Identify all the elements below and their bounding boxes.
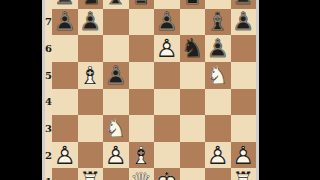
square-f2[interactable] xyxy=(180,142,206,169)
square-f8[interactable]: ♚♔ xyxy=(180,0,206,9)
square-b1[interactable]: ♜♖ xyxy=(78,168,104,180)
square-g5[interactable]: ♞♘ xyxy=(205,62,231,89)
board-border-right xyxy=(256,0,259,180)
square-d1[interactable]: ♛♕ xyxy=(129,168,155,180)
white-pawn[interactable]: ♟♙ xyxy=(154,35,180,62)
square-f5[interactable] xyxy=(180,62,206,89)
square-f4[interactable] xyxy=(180,89,206,116)
white-rook[interactable]: ♜♖ xyxy=(78,168,104,180)
square-g4[interactable] xyxy=(205,89,231,116)
piece-glyph-detail: ♙ xyxy=(232,143,254,168)
square-h6[interactable] xyxy=(231,35,257,62)
piece-glyph-detail: ♙ xyxy=(207,143,229,168)
square-a6[interactable] xyxy=(52,35,78,62)
black-pawn[interactable]: ♟♙ xyxy=(154,9,180,36)
white-pawn[interactable]: ♟♙ xyxy=(205,142,231,169)
rank-label-8: 8 xyxy=(45,0,52,9)
square-c1[interactable] xyxy=(103,168,129,180)
square-e3[interactable] xyxy=(154,115,180,142)
square-g6[interactable]: ♟♙ xyxy=(205,35,231,62)
square-d8[interactable]: ♛♕ xyxy=(129,0,155,9)
black-pawn[interactable]: ♟♙ xyxy=(52,9,78,36)
square-c7[interactable] xyxy=(103,9,129,36)
black-pawn[interactable]: ♟♙ xyxy=(205,35,231,62)
square-d3[interactable] xyxy=(129,115,155,142)
piece-glyph-detail: ♗ xyxy=(130,143,152,168)
square-g7[interactable]: ♝♗ xyxy=(205,9,231,36)
rank-label-5: 5 xyxy=(45,62,52,89)
square-f3[interactable] xyxy=(180,115,206,142)
square-h4[interactable] xyxy=(231,89,257,116)
square-h3[interactable] xyxy=(231,115,257,142)
square-e7[interactable]: ♟♙ xyxy=(154,9,180,36)
piece-glyph-detail: ♗ xyxy=(105,0,127,8)
square-e2[interactable] xyxy=(154,142,180,169)
square-c4[interactable] xyxy=(103,89,129,116)
square-e5[interactable] xyxy=(154,62,180,89)
white-pawn[interactable]: ♟♙ xyxy=(52,142,78,169)
square-h5[interactable] xyxy=(231,62,257,89)
piece-glyph-detail: ♘ xyxy=(207,63,229,88)
piece-glyph-detail: ♘ xyxy=(105,116,127,141)
piece-glyph-detail: ♙ xyxy=(54,9,76,34)
square-g1[interactable] xyxy=(205,168,231,180)
piece-glyph-detail: ♘ xyxy=(181,36,203,61)
rank-labels: 87654321 xyxy=(45,0,52,180)
white-queen[interactable]: ♛♕ xyxy=(129,168,155,180)
rank-label-4: 4 xyxy=(45,89,52,116)
square-g3[interactable] xyxy=(205,115,231,142)
white-knight[interactable]: ♞♘ xyxy=(103,115,129,142)
square-h7[interactable]: ♟♙ xyxy=(231,9,257,36)
piece-glyph-detail: ♕ xyxy=(130,169,152,180)
square-f7[interactable] xyxy=(180,9,206,36)
black-king[interactable]: ♚♔ xyxy=(180,0,206,9)
square-d2[interactable]: ♝♗ xyxy=(129,142,155,169)
piece-glyph-detail: ♙ xyxy=(79,9,101,34)
square-a7[interactable]: ♟♙ xyxy=(52,9,78,36)
piece-glyph-detail: ♙ xyxy=(156,9,178,34)
square-h2[interactable]: ♟♙ xyxy=(231,142,257,169)
square-b7[interactable]: ♟♙ xyxy=(78,9,104,36)
square-c8[interactable]: ♝♗ xyxy=(103,0,129,9)
square-c2[interactable]: ♟♙ xyxy=(103,142,129,169)
piece-glyph-detail: ♔ xyxy=(181,0,203,8)
piece-glyph-detail: ♙ xyxy=(156,36,178,61)
rank-label-6: 6 xyxy=(45,35,52,62)
piece-glyph-detail: ♗ xyxy=(79,63,101,88)
white-bishop[interactable]: ♝♗ xyxy=(129,142,155,169)
rank-label-2: 2 xyxy=(45,142,52,169)
black-bishop[interactable]: ♝♗ xyxy=(103,0,129,9)
square-c5[interactable]: ♟♙ xyxy=(103,62,129,89)
piece-glyph-detail: ♕ xyxy=(130,0,152,8)
rank-label-7: 7 xyxy=(45,9,52,36)
square-d5[interactable] xyxy=(129,62,155,89)
black-bishop[interactable]: ♝♗ xyxy=(205,9,231,36)
white-pawn[interactable]: ♟♙ xyxy=(103,142,129,169)
piece-glyph-detail: ♖ xyxy=(232,169,254,180)
video-frame: 87654321 ♜♖♞♘♝♗♛♕♚♔♜♖♟♙♟♙♟♙♝♗♟♙♟♙♞♘♟♙♝♗♟… xyxy=(0,0,320,180)
black-queen[interactable]: ♛♕ xyxy=(129,0,155,9)
square-b2[interactable] xyxy=(78,142,104,169)
square-d4[interactable] xyxy=(129,89,155,116)
white-king[interactable]: ♚♔ xyxy=(154,168,180,180)
piece-glyph-detail: ♙ xyxy=(54,143,76,168)
white-knight[interactable]: ♞♘ xyxy=(205,62,231,89)
square-a4[interactable] xyxy=(52,89,78,116)
white-bishop[interactable]: ♝♗ xyxy=(78,62,104,89)
rank-label-3: 3 xyxy=(45,115,52,142)
black-pawn[interactable]: ♟♙ xyxy=(78,9,104,36)
black-pawn[interactable]: ♟♙ xyxy=(103,62,129,89)
square-e1[interactable]: ♚♔ xyxy=(154,168,180,180)
piece-glyph-detail: ♔ xyxy=(156,169,178,180)
square-b4[interactable] xyxy=(78,89,104,116)
white-pawn[interactable]: ♟♙ xyxy=(231,142,257,169)
black-pawn[interactable]: ♟♙ xyxy=(231,9,257,36)
chess-board[interactable]: ♜♖♞♘♝♗♛♕♚♔♜♖♟♙♟♙♟♙♝♗♟♙♟♙♞♘♟♙♝♗♟♙♞♘♞♘♟♙♟♙… xyxy=(52,0,256,180)
square-c6[interactable] xyxy=(103,35,129,62)
piece-glyph-detail: ♙ xyxy=(207,36,229,61)
piece-glyph-detail: ♙ xyxy=(105,63,127,88)
piece-glyph-detail: ♗ xyxy=(207,9,229,34)
black-knight[interactable]: ♞♘ xyxy=(180,35,206,62)
square-b6[interactable] xyxy=(78,35,104,62)
square-d7[interactable] xyxy=(129,9,155,36)
square-a5[interactable] xyxy=(52,62,78,89)
square-b3[interactable] xyxy=(78,115,104,142)
square-a3[interactable] xyxy=(52,115,78,142)
square-e6[interactable]: ♟♙ xyxy=(154,35,180,62)
square-e4[interactable] xyxy=(154,89,180,116)
square-f1[interactable] xyxy=(180,168,206,180)
square-a1[interactable] xyxy=(52,168,78,180)
square-h1[interactable]: ♜♖ xyxy=(231,168,257,180)
piece-glyph-detail: ♖ xyxy=(79,169,101,180)
square-b5[interactable]: ♝♗ xyxy=(78,62,104,89)
square-d6[interactable] xyxy=(129,35,155,62)
square-c3[interactable]: ♞♘ xyxy=(103,115,129,142)
square-f6[interactable]: ♞♘ xyxy=(180,35,206,62)
piece-glyph-detail: ♙ xyxy=(232,9,254,34)
rank-label-1: 1 xyxy=(45,168,52,180)
square-g2[interactable]: ♟♙ xyxy=(205,142,231,169)
white-rook[interactable]: ♜♖ xyxy=(231,168,257,180)
square-a2[interactable]: ♟♙ xyxy=(52,142,78,169)
piece-glyph-detail: ♙ xyxy=(105,143,127,168)
